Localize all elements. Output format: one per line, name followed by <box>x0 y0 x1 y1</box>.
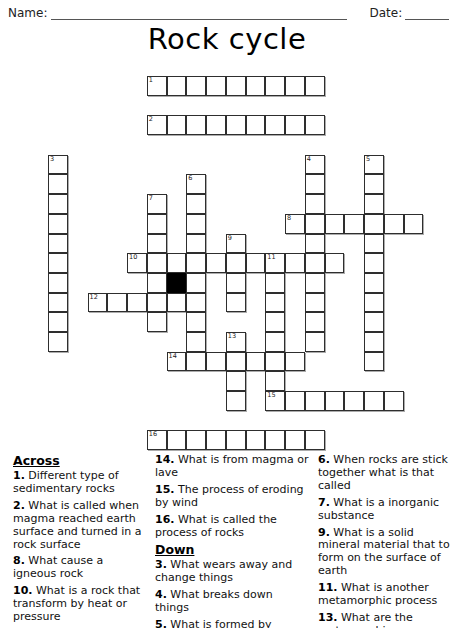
grid-cell[interactable] <box>127 293 147 313</box>
grid-cell[interactable] <box>364 391 384 411</box>
grid-cell[interactable] <box>364 214 384 234</box>
grid-cell[interactable] <box>206 76 226 96</box>
clue-number: 13 <box>228 333 236 340</box>
grid-cell[interactable]: 11 <box>265 253 285 273</box>
grid-cell[interactable] <box>364 352 384 372</box>
grid-cell[interactable]: 9 <box>226 234 246 254</box>
grid-cell[interactable] <box>186 352 206 372</box>
grid-cell[interactable] <box>285 391 305 411</box>
grid-cell[interactable] <box>364 312 384 332</box>
grid-cell[interactable] <box>384 214 404 234</box>
grid-cell[interactable] <box>147 234 167 254</box>
grid-cell[interactable] <box>265 371 285 391</box>
grid-cell[interactable] <box>147 253 167 273</box>
clue-item-number: 5. <box>155 618 167 628</box>
clue-number: 12 <box>90 294 98 301</box>
grid-cell[interactable] <box>226 253 246 273</box>
grid-cell[interactable]: 1 <box>147 76 167 96</box>
clues-section: Across1. Different type of sedimentary r… <box>13 454 463 628</box>
grid-cell[interactable] <box>48 273 68 293</box>
grid-cell[interactable] <box>305 115 325 135</box>
grid-cell[interactable] <box>147 214 167 234</box>
grid-cell[interactable] <box>305 76 325 96</box>
grid-cell[interactable] <box>364 293 384 313</box>
grid-cell[interactable] <box>186 293 206 313</box>
grid-cell[interactable] <box>186 76 206 96</box>
grid-cell[interactable] <box>186 332 206 352</box>
grid-cell[interactable] <box>48 332 68 352</box>
grid-cell[interactable] <box>167 115 187 135</box>
grid-cell[interactable] <box>226 293 246 313</box>
clue-item-number: 1. <box>13 469 25 482</box>
clue-item: 7. What is a inorganic substance <box>318 497 455 523</box>
grid-cell[interactable] <box>325 391 345 411</box>
clue-column-2: 14. What is from magma or lave15. The pr… <box>155 454 318 628</box>
grid-cell[interactable] <box>305 253 325 273</box>
grid-cell[interactable] <box>107 293 127 313</box>
grid-cell[interactable] <box>265 76 285 96</box>
clue-column-1: Across1. Different type of sedimentary r… <box>13 454 155 628</box>
grid-cell[interactable] <box>186 312 206 332</box>
grid-cell[interactable] <box>246 76 266 96</box>
grid-cell[interactable] <box>265 332 285 352</box>
grid-cell[interactable] <box>48 253 68 273</box>
grid-cell[interactable] <box>305 430 325 450</box>
grid-cell[interactable] <box>265 115 285 135</box>
clue-item: 6. When rocks are stick together what is… <box>318 454 455 493</box>
clue-item: 4. What breaks down things <box>155 589 310 615</box>
clue-item: 14. What is from magma or lave <box>155 454 310 480</box>
grid-cell[interactable] <box>186 253 206 273</box>
grid-cell[interactable] <box>344 214 364 234</box>
clue-number: 16 <box>149 431 157 438</box>
grid-cell[interactable] <box>305 273 325 293</box>
grid-cell[interactable]: 6 <box>186 174 206 194</box>
grid-cell[interactable] <box>285 76 305 96</box>
clue-item-number: 3. <box>155 558 167 571</box>
clue-item-number: 14. <box>155 453 175 466</box>
grid-cell[interactable] <box>186 214 206 234</box>
grid-cell[interactable] <box>206 352 226 372</box>
clues-across-header: Across <box>13 454 147 468</box>
grid-cell[interactable] <box>344 391 364 411</box>
clue-item-number: 7. <box>318 496 330 509</box>
grid-cell[interactable]: 10 <box>127 253 147 273</box>
grid-cell[interactable] <box>384 391 404 411</box>
clue-number: 5 <box>366 156 370 163</box>
grid-cell[interactable]: 14 <box>167 352 187 372</box>
grid-cell[interactable] <box>186 115 206 135</box>
grid-cell[interactable] <box>305 174 325 194</box>
grid-cell[interactable]: 3 <box>48 155 68 175</box>
grid-cell[interactable] <box>246 430 266 450</box>
clue-item-number: 13. <box>318 611 338 624</box>
grid-cell[interactable] <box>305 214 325 234</box>
grid-cell[interactable] <box>167 76 187 96</box>
grid-cell[interactable] <box>285 115 305 135</box>
grid-cell[interactable] <box>226 430 246 450</box>
grid-cell[interactable] <box>404 214 424 234</box>
grid-cell[interactable] <box>305 293 325 313</box>
clue-number: 14 <box>169 353 177 360</box>
grid-cell[interactable]: 12 <box>88 293 108 313</box>
grid-cell[interactable] <box>147 293 167 313</box>
clue-item-number: 10. <box>13 584 33 597</box>
clue-number: 10 <box>129 254 137 261</box>
name-input-line[interactable] <box>51 6 347 20</box>
grid-cell[interactable]: 15 <box>265 391 285 411</box>
worksheet-page: { "game": "crossword", "title": "Rock cy… <box>0 0 474 628</box>
grid-cell[interactable] <box>364 194 384 214</box>
grid-cell[interactable] <box>265 430 285 450</box>
grid-cell[interactable] <box>265 273 285 293</box>
clue-item: 15. The process of eroding by wind <box>155 484 310 510</box>
grid-cell[interactable] <box>364 174 384 194</box>
clue-item: 16. What is called the process of rocks <box>155 514 310 540</box>
grid-cell[interactable]: 16 <box>147 430 167 450</box>
grid-cell[interactable]: 4 <box>305 155 325 175</box>
clue-item: 5. What is formed by deposition <box>155 619 310 628</box>
clue-item-number: 8. <box>13 554 25 567</box>
grid-cell[interactable] <box>48 234 68 254</box>
grid-cell[interactable] <box>206 115 226 135</box>
date-label: Date: <box>369 6 402 20</box>
grid-cell[interactable] <box>364 332 384 352</box>
grid-cell[interactable] <box>364 253 384 273</box>
grid-cell[interactable] <box>206 253 226 273</box>
clue-item-number: 2. <box>13 499 25 512</box>
grid-cell[interactable] <box>186 273 206 293</box>
grid-cell[interactable] <box>226 371 246 391</box>
clue-number: 1 <box>149 77 153 84</box>
clue-number: 11 <box>267 254 275 261</box>
grid-cell[interactable] <box>305 234 325 254</box>
grid-cell[interactable] <box>226 115 246 135</box>
grid-cell[interactable] <box>167 430 187 450</box>
clue-item: 8. What cause a igneous rock <box>13 555 147 581</box>
grid-cell[interactable] <box>226 391 246 411</box>
grid-cell[interactable] <box>186 234 206 254</box>
date-input-line[interactable] <box>405 6 449 20</box>
grid-cell[interactable]: 13 <box>226 332 246 352</box>
grid-cell[interactable] <box>285 352 305 372</box>
clue-number: 15 <box>267 392 275 399</box>
grid-cell[interactable]: 8 <box>285 214 305 234</box>
clue-item: 13. What are the metamorphic process <box>318 612 455 628</box>
grid-cell[interactable] <box>285 430 305 450</box>
grid-cell[interactable] <box>285 253 305 273</box>
grid-cell[interactable] <box>305 194 325 214</box>
clue-number: 8 <box>287 215 291 222</box>
grid-cell[interactable] <box>265 352 285 372</box>
clue-item: 9. What is a solid mineral material that… <box>318 527 455 579</box>
clue-item-number: 6. <box>318 453 330 466</box>
grid-cell[interactable] <box>246 115 266 135</box>
grid-cell[interactable]: 2 <box>147 115 167 135</box>
clue-item-number: 9. <box>318 526 330 539</box>
clue-number: 4 <box>307 156 311 163</box>
clue-item: 3. What wears away and change things <box>155 559 310 585</box>
clue-item: 1. Different type of sedimentary rocks <box>13 470 147 496</box>
grid-cell[interactable] <box>325 253 345 273</box>
clues-down-header: Down <box>155 543 310 557</box>
grid-cell[interactable] <box>167 253 187 273</box>
name-label: Name: <box>8 6 47 20</box>
grid-cell[interactable]: 7 <box>147 194 167 214</box>
grid-cell[interactable] <box>226 352 246 372</box>
clue-number: 3 <box>50 156 54 163</box>
clue-number: 7 <box>149 195 153 202</box>
clue-item-number: 15. <box>155 483 175 496</box>
clue-number: 6 <box>188 175 192 182</box>
grid-cell[interactable] <box>305 312 325 332</box>
grid-cell-black <box>167 273 187 293</box>
page-title: Rock cycle <box>0 22 454 56</box>
grid-cell[interactable] <box>48 194 68 214</box>
grid-cell[interactable] <box>305 332 325 352</box>
grid-cell[interactable] <box>167 293 187 313</box>
grid-cell[interactable] <box>325 214 345 234</box>
grid-cell[interactable] <box>48 214 68 234</box>
clue-column-3: 6. When rocks are stick together what is… <box>318 454 463 628</box>
grid-cell[interactable] <box>265 293 285 313</box>
clue-number: 2 <box>149 116 153 123</box>
grid-cell[interactable] <box>265 312 285 332</box>
grid-cell[interactable] <box>364 273 384 293</box>
grid-cell[interactable] <box>305 391 325 411</box>
grid-cell[interactable] <box>226 76 246 96</box>
grid-cell[interactable] <box>48 312 68 332</box>
clue-item-number: 16. <box>155 513 175 526</box>
grid-cell[interactable] <box>246 253 266 273</box>
clue-item: 10. What is a rock that transform by hea… <box>13 585 147 624</box>
grid-cell[interactable]: 5 <box>364 155 384 175</box>
grid-cell[interactable] <box>226 273 246 293</box>
clue-number: 9 <box>228 235 232 242</box>
grid-cell[interactable] <box>206 430 226 450</box>
grid-cell[interactable] <box>186 430 206 450</box>
clue-item: 11. What is another metamorphic process <box>318 582 455 608</box>
clue-item-number: 4. <box>155 588 167 601</box>
clue-item: 2. What is called when magma reached ear… <box>13 500 147 552</box>
grid-cell[interactable] <box>48 293 68 313</box>
grid-cell[interactable] <box>186 194 206 214</box>
grid-cell[interactable] <box>364 234 384 254</box>
clue-item-number: 11. <box>318 581 338 594</box>
grid-cell[interactable] <box>246 352 266 372</box>
header-row: Name:Date: <box>8 6 466 20</box>
crossword-grid[interactable]: 12345678910111213141516 <box>48 76 423 450</box>
grid-cell[interactable] <box>48 174 68 194</box>
grid-cell[interactable] <box>147 312 167 332</box>
grid-cell[interactable] <box>147 273 167 293</box>
